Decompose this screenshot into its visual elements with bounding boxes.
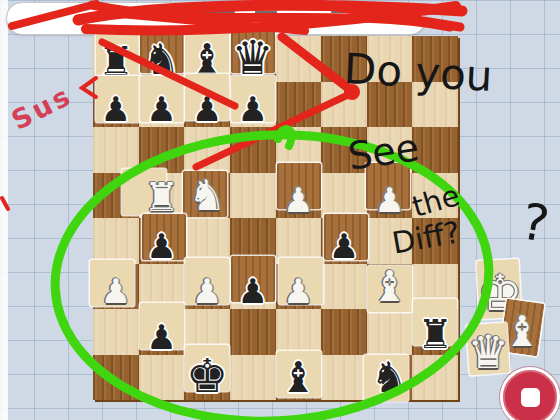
handwriting-line-1: Do you: [343, 44, 494, 101]
stop-record-button[interactable]: [500, 367, 560, 420]
stop-icon: [521, 388, 540, 407]
green-circle: [48, 124, 496, 420]
whiteboard-canvas[interactable]: Do you See the Diff? ? Sus ♜♞♝♛♟♟♟♟♜♞♟♟♟…: [0, 0, 560, 420]
